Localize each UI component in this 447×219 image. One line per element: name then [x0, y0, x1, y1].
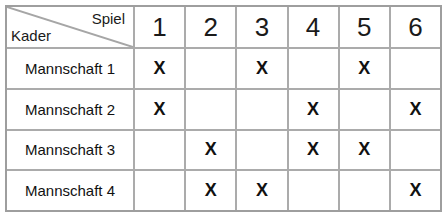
grid-cell-r3c2: X: [186, 131, 235, 170]
column-header-spiel-5: 5: [340, 7, 389, 47]
grid-cell-r2c3: [237, 90, 286, 129]
grid-cell-r1c5: X: [340, 49, 389, 88]
grid-cell-r3c6: [391, 131, 440, 170]
corner-label-spiel: Spiel: [92, 10, 125, 27]
grid-cell-r4c5: [340, 171, 389, 210]
grid-cell-r2c6: X: [391, 90, 440, 129]
grid-cell-r3c3: [237, 131, 286, 170]
schedule-table: Spiel Kader 1 2 3 4 5 6 Mannschaft 1 X X…: [5, 5, 442, 212]
grid-cell-r4c6: X: [391, 171, 440, 210]
column-header-spiel-6: 6: [391, 7, 440, 47]
grid-cell-r3c4: X: [289, 131, 338, 170]
corner-label-kader: Kader: [11, 27, 51, 44]
row-header-mannschaft-2: Mannschaft 2: [7, 90, 133, 129]
grid-cell-r1c4: [289, 49, 338, 88]
row-header-mannschaft-1: Mannschaft 1: [7, 49, 133, 88]
grid-cell-r4c1: [135, 171, 184, 210]
grid-cell-r3c1: [135, 131, 184, 170]
grid-cell-r1c6: [391, 49, 440, 88]
grid-cell-r1c1: X: [135, 49, 184, 88]
grid-cell-r4c2: X: [186, 171, 235, 210]
grid-cell-r2c2: [186, 90, 235, 129]
grid-cell-r2c4: X: [289, 90, 338, 129]
row-header-mannschaft-3: Mannschaft 3: [7, 131, 133, 170]
column-header-spiel-3: 3: [237, 7, 286, 47]
column-header-spiel-2: 2: [186, 7, 235, 47]
grid-cell-r4c4: [289, 171, 338, 210]
column-header-spiel-1: 1: [135, 7, 184, 47]
corner-header-cell: Spiel Kader: [7, 7, 133, 47]
grid-cell-r1c3: X: [237, 49, 286, 88]
column-header-spiel-4: 4: [289, 7, 338, 47]
grid-cell-r4c3: X: [237, 171, 286, 210]
grid-cell-r1c2: [186, 49, 235, 88]
row-header-mannschaft-4: Mannschaft 4: [7, 171, 133, 210]
grid-cell-r2c1: X: [135, 90, 184, 129]
grid-cell-r2c5: [340, 90, 389, 129]
grid-cell-r3c5: X: [340, 131, 389, 170]
